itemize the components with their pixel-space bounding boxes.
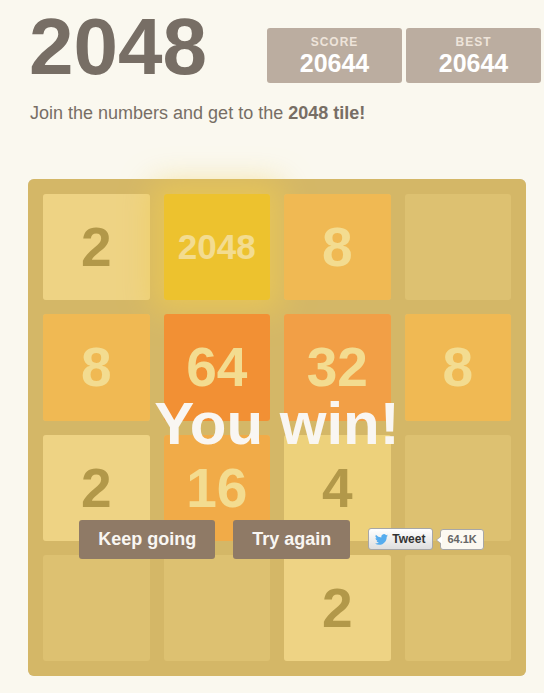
best-box: BEST 20644 bbox=[406, 28, 541, 83]
score-label: SCORE bbox=[282, 35, 387, 49]
game-board: 22048886432821642 You win! Keep going Tr… bbox=[28, 179, 526, 676]
scoreboard: SCORE 20644 BEST 20644 bbox=[267, 28, 541, 83]
keep-going-button[interactable]: Keep going bbox=[79, 520, 215, 559]
subtitle-text: Join the numbers and get to the bbox=[30, 103, 288, 123]
win-overlay: You win! Keep going Try again Tweet 64.1… bbox=[28, 179, 526, 676]
best-label: BEST bbox=[421, 35, 526, 49]
score-value: 20644 bbox=[282, 49, 387, 77]
score-box: SCORE 20644 bbox=[267, 28, 402, 83]
overlay-actions: Keep going Try again Tweet 64.1K bbox=[28, 519, 526, 559]
subtitle-goal: 2048 tile! bbox=[288, 103, 365, 123]
tweet-count[interactable]: 64.1K bbox=[440, 529, 483, 550]
try-again-button[interactable]: Try again bbox=[233, 520, 350, 559]
subtitle: Join the numbers and get to the 2048 til… bbox=[30, 103, 365, 124]
twitter-bird-icon bbox=[374, 533, 389, 546]
win-message: You win! bbox=[28, 394, 526, 454]
tweet-button[interactable]: Tweet bbox=[368, 528, 433, 550]
best-value: 20644 bbox=[421, 49, 526, 77]
page-title: 2048 bbox=[29, 6, 207, 88]
tweet-label: Tweet bbox=[392, 532, 425, 546]
